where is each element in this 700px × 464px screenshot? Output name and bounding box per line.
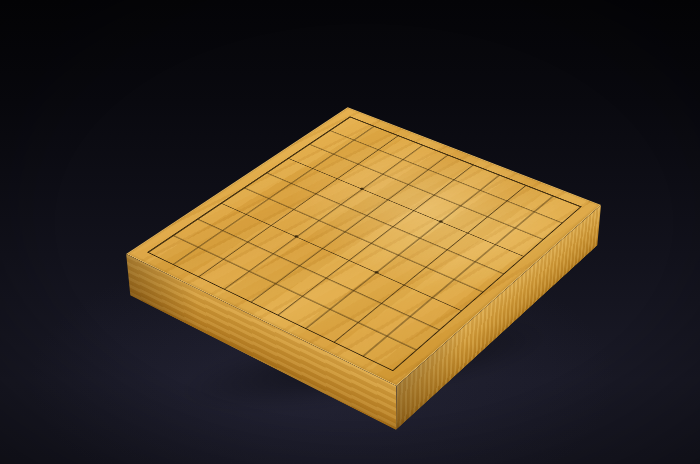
table-surface	[0, 0, 700, 464]
board-top-face	[126, 107, 601, 386]
photo-backdrop	[0, 0, 700, 464]
shogi-board	[130, 146, 597, 430]
